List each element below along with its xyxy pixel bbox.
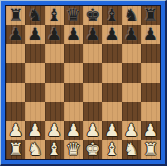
square-g7[interactable]: ♟	[122, 25, 141, 44]
square-f1[interactable]: ♝	[102, 140, 121, 159]
square-c3[interactable]	[45, 102, 64, 121]
square-a5[interactable]	[6, 63, 25, 82]
square-b3[interactable]	[25, 102, 44, 121]
square-h3[interactable]	[141, 102, 160, 121]
square-a4[interactable]	[6, 83, 25, 102]
square-d1[interactable]: ♛	[64, 140, 83, 159]
square-c7[interactable]: ♟	[45, 25, 64, 44]
piece-black-bishop[interactable]: ♝	[104, 7, 119, 24]
piece-black-pawn[interactable]: ♟	[8, 26, 23, 43]
square-g5[interactable]	[122, 63, 141, 82]
square-h7[interactable]: ♟	[141, 25, 160, 44]
square-d7[interactable]: ♟	[64, 25, 83, 44]
square-h6[interactable]	[141, 44, 160, 63]
square-c2[interactable]: ♟	[45, 121, 64, 140]
square-f3[interactable]	[102, 102, 121, 121]
square-c5[interactable]	[45, 63, 64, 82]
square-e4[interactable]	[83, 83, 102, 102]
square-g3[interactable]	[122, 102, 141, 121]
square-g2[interactable]: ♟	[122, 121, 141, 140]
square-h1[interactable]: ♜	[141, 140, 160, 159]
piece-black-king[interactable]: ♚	[85, 7, 100, 24]
square-a1[interactable]: ♜	[6, 140, 25, 159]
square-e1[interactable]: ♚	[83, 140, 102, 159]
piece-black-rook[interactable]: ♜	[8, 7, 23, 24]
piece-white-pawn[interactable]: ♟	[124, 122, 139, 139]
square-c4[interactable]	[45, 83, 64, 102]
square-b1[interactable]: ♞	[25, 140, 44, 159]
piece-black-bishop[interactable]: ♝	[47, 7, 62, 24]
piece-white-king[interactable]: ♚	[85, 141, 100, 158]
square-e3[interactable]	[83, 102, 102, 121]
square-g1[interactable]: ♞	[122, 140, 141, 159]
piece-black-pawn[interactable]: ♟	[143, 26, 158, 43]
piece-black-pawn[interactable]: ♟	[124, 26, 139, 43]
piece-white-knight[interactable]: ♞	[27, 141, 42, 158]
square-h2[interactable]: ♟	[141, 121, 160, 140]
piece-white-bishop[interactable]: ♝	[47, 141, 62, 158]
piece-white-knight[interactable]: ♞	[124, 141, 139, 158]
square-f4[interactable]	[102, 83, 121, 102]
square-a8[interactable]: ♜	[6, 6, 25, 25]
square-d8[interactable]: ♛	[64, 6, 83, 25]
square-e6[interactable]	[83, 44, 102, 63]
piece-white-pawn[interactable]: ♟	[104, 122, 119, 139]
piece-black-knight[interactable]: ♞	[124, 7, 139, 24]
piece-white-queen[interactable]: ♛	[66, 141, 81, 158]
square-g6[interactable]	[122, 44, 141, 63]
square-a6[interactable]	[6, 44, 25, 63]
square-f2[interactable]: ♟	[102, 121, 121, 140]
square-h5[interactable]	[141, 63, 160, 82]
square-e7[interactable]: ♟	[83, 25, 102, 44]
square-f5[interactable]	[102, 63, 121, 82]
square-f6[interactable]	[102, 44, 121, 63]
square-c8[interactable]: ♝	[45, 6, 64, 25]
piece-black-rook[interactable]: ♜	[143, 7, 158, 24]
square-g8[interactable]: ♞	[122, 6, 141, 25]
square-e2[interactable]: ♟	[83, 121, 102, 140]
square-d4[interactable]	[64, 83, 83, 102]
square-e5[interactable]	[83, 63, 102, 82]
piece-white-pawn[interactable]: ♟	[66, 122, 81, 139]
square-d2[interactable]: ♟	[64, 121, 83, 140]
square-g4[interactable]	[122, 83, 141, 102]
piece-white-pawn[interactable]: ♟	[47, 122, 62, 139]
piece-white-rook[interactable]: ♜	[143, 141, 158, 158]
piece-black-pawn[interactable]: ♟	[85, 26, 100, 43]
square-b4[interactable]	[25, 83, 44, 102]
chess-board: ♜♞♝♛♚♝♞♜♟♟♟♟♟♟♟♟♟♟♟♟♟♟♟♟♜♞♝♛♚♝♞♜	[5, 5, 161, 160]
square-b6[interactable]	[25, 44, 44, 63]
square-d3[interactable]	[64, 102, 83, 121]
square-b2[interactable]: ♟	[25, 121, 44, 140]
piece-black-pawn[interactable]: ♟	[66, 26, 81, 43]
square-d5[interactable]	[64, 63, 83, 82]
piece-black-pawn[interactable]: ♟	[104, 26, 119, 43]
chess-window: ♜♞♝♛♚♝♞♜♟♟♟♟♟♟♟♟♟♟♟♟♟♟♟♟♜♞♝♛♚♝♞♜	[0, 0, 167, 166]
square-a3[interactable]	[6, 102, 25, 121]
square-c6[interactable]	[45, 44, 64, 63]
piece-black-pawn[interactable]: ♟	[47, 26, 62, 43]
piece-white-pawn[interactable]: ♟	[85, 122, 100, 139]
square-c1[interactable]: ♝	[45, 140, 64, 159]
piece-white-rook[interactable]: ♜	[8, 141, 23, 158]
square-b5[interactable]	[25, 63, 44, 82]
square-h8[interactable]: ♜	[141, 6, 160, 25]
piece-white-pawn[interactable]: ♟	[27, 122, 42, 139]
square-b7[interactable]: ♟	[25, 25, 44, 44]
piece-black-pawn[interactable]: ♟	[27, 26, 42, 43]
square-f8[interactable]: ♝	[102, 6, 121, 25]
square-f7[interactable]: ♟	[102, 25, 121, 44]
square-a7[interactable]: ♟	[6, 25, 25, 44]
piece-white-pawn[interactable]: ♟	[8, 122, 23, 139]
square-b8[interactable]: ♞	[25, 6, 44, 25]
piece-black-knight[interactable]: ♞	[27, 7, 42, 24]
square-a2[interactable]: ♟	[6, 121, 25, 140]
piece-white-pawn[interactable]: ♟	[143, 122, 158, 139]
square-h4[interactable]	[141, 83, 160, 102]
square-e8[interactable]: ♚	[83, 6, 102, 25]
square-d6[interactable]	[64, 44, 83, 63]
piece-white-bishop[interactable]: ♝	[104, 141, 119, 158]
piece-black-queen[interactable]: ♛	[66, 7, 81, 24]
